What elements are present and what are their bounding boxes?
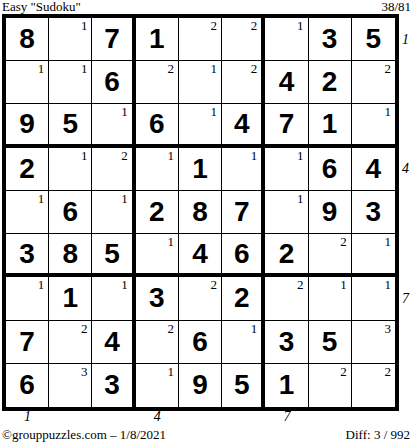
cell-digit: 4 [352,148,395,190]
cell-r5c9[interactable]: 3 [352,191,395,234]
pencil-mark: 1 [81,18,88,33]
cell-r4c7[interactable]: 1 [265,148,308,191]
cell-r2c6[interactable]: 2 [222,61,265,104]
cell-digit: 3 [6,234,48,273]
cell-r5c3[interactable]: 1 [92,191,135,234]
cell-r5c2[interactable]: 6 [49,191,92,234]
pencil-mark: 2 [384,364,391,379]
cell-r1c2[interactable]: 1 [49,18,92,61]
cell-digit: 4 [222,104,261,143]
cell-r3c7[interactable]: 7 [265,104,308,147]
cell-digit: 2 [222,277,261,319]
cell-r2c3[interactable]: 6 [92,61,135,104]
cell-r1c3[interactable]: 7 [92,18,135,61]
cell-r8c1[interactable]: 7 [6,321,49,364]
cell-digit: 1 [49,277,91,319]
cell-digit: 3 [309,18,351,60]
cell-digit: 6 [179,321,221,363]
cell-digit: 8 [6,18,48,60]
cell-digit: 2 [265,234,307,273]
cell-r2c1[interactable]: 1 [6,61,49,104]
cell-digit: 9 [179,364,221,407]
cell-r5c7[interactable]: 1 [265,191,308,234]
cell-r5c8[interactable]: 9 [309,191,352,234]
cell-digit: 5 [309,321,351,363]
pencil-mark: 1 [38,277,45,292]
cell-r6c9[interactable]: 1 [352,234,395,277]
pencil-mark: 1 [251,148,258,163]
pencil-mark: 1 [251,321,258,336]
cell-r9c3[interactable]: 3 [92,364,135,407]
pencil-mark: 2 [211,18,218,33]
cell-r8c4[interactable]: 2 [136,321,179,364]
cell-r5c1[interactable]: 1 [6,191,49,234]
cell-digit: 7 [6,321,48,363]
cell-r4c9[interactable]: 4 [352,148,395,191]
pencil-mark: 3 [384,321,391,336]
cell-r6c6[interactable]: 6 [222,234,265,277]
cell-digit: 8 [49,234,91,273]
pencil-mark: 2 [384,61,391,76]
sudoku-board: 8171221351162124229516147112121111641612… [2,14,399,411]
cell-r8c5[interactable]: 6 [179,321,222,364]
row-label-7: 7 [402,292,409,306]
cell-r4c4[interactable]: 1 [136,148,179,191]
cell-digit: 1 [309,104,351,143]
cell-r9c9[interactable]: 2 [352,364,395,407]
pencil-mark: 1 [211,104,218,119]
cell-digit: 1 [136,18,178,60]
cell-r8c8[interactable]: 5 [309,321,352,364]
cell-r8c7[interactable]: 3 [265,321,308,364]
cell-digit: 7 [92,18,131,60]
cell-digit: 1 [265,364,307,407]
cell-r3c4[interactable]: 6 [136,104,179,147]
cell-digit: 6 [49,191,91,233]
cell-digit: 7 [222,191,261,233]
sudoku-page: Easy "Sudoku" 38/81 81712213511621242295… [0,0,412,445]
cell-r9c7[interactable]: 1 [265,364,308,407]
pencil-mark: 1 [297,148,304,163]
cell-r8c3[interactable]: 4 [92,321,135,364]
cell-digit: 2 [309,61,351,103]
cell-r8c6[interactable]: 1 [222,321,265,364]
cell-r9c2[interactable]: 3 [49,364,92,407]
cell-r6c5[interactable]: 4 [179,234,222,277]
row-label-4: 4 [402,162,409,176]
pencil-mark: 1 [384,277,391,292]
cell-digit: 5 [222,364,261,407]
cell-digit: 5 [92,234,131,273]
pencil-mark: 1 [121,104,128,119]
cell-r2c4[interactable]: 2 [136,61,179,104]
cell-r2c8[interactable]: 2 [309,61,352,104]
pencil-mark: 1 [81,148,88,163]
pencil-mark: 2 [340,234,347,249]
col-label-7: 7 [283,410,290,424]
pencil-mark: 1 [167,234,174,249]
pencil-mark: 2 [167,61,174,76]
cell-r7c9[interactable]: 1 [352,277,395,320]
row-label-1: 1 [402,33,409,47]
cell-r9c1[interactable]: 6 [6,364,49,407]
pencil-mark: 1 [167,148,174,163]
cell-r4c3[interactable]: 2 [92,148,135,191]
cell-digit: 6 [222,234,261,273]
cell-r4c1[interactable]: 2 [6,148,49,191]
cell-digit: 6 [309,148,351,190]
cell-r2c2[interactable]: 1 [49,61,92,104]
cell-r9c5[interactable]: 9 [179,364,222,407]
pencil-mark: 2 [251,61,258,76]
cell-r7c2[interactable]: 1 [49,277,92,320]
pencil-mark: 2 [297,277,304,292]
pencil-mark: 1 [340,277,347,292]
cell-digit: 9 [309,191,351,233]
pencil-mark: 2 [251,18,258,33]
pencil-mark: 1 [384,104,391,119]
cell-r4c2[interactable]: 1 [49,148,92,191]
pencil-mark: 2 [211,277,218,292]
cell-r3c8[interactable]: 1 [309,104,352,147]
pencil-mark: 1 [81,61,88,76]
cell-r7c7[interactable]: 2 [265,277,308,320]
cell-r6c1[interactable]: 3 [6,234,49,277]
footer: ©grouppuzzles.com – 1/8/2021 Diff: 3 / 9… [0,428,412,444]
cell-r3c1[interactable]: 9 [6,104,49,147]
header: Easy "Sudoku" 38/81 [0,0,412,14]
cell-digit: 5 [352,18,395,60]
cell-r3c3[interactable]: 1 [92,104,135,147]
cell-digit: 1 [179,148,221,190]
cell-r6c2[interactable]: 8 [49,234,92,277]
cell-r6c7[interactable]: 2 [265,234,308,277]
pencil-mark: 1 [121,191,128,206]
pencil-mark: 2 [121,148,128,163]
difficulty-text: Diff: 3 / 992 [346,428,410,444]
cell-digit: 4 [92,321,131,363]
cell-r1c8[interactable]: 3 [309,18,352,61]
cell-r7c6[interactable]: 2 [222,277,265,320]
cell-r1c6[interactable]: 2 [222,18,265,61]
cell-digit: 4 [179,234,221,273]
cell-digit: 2 [6,148,48,190]
cell-digit: 2 [136,191,178,233]
cell-r4c5[interactable]: 1 [179,148,222,191]
cell-r6c8[interactable]: 2 [309,234,352,277]
cell-digit: 7 [265,104,307,143]
cell-r5c4[interactable]: 2 [136,191,179,234]
cell-r6c3[interactable]: 5 [92,234,135,277]
cell-digit: 3 [265,321,307,363]
cell-r3c5[interactable]: 1 [179,104,222,147]
cell-r1c9[interactable]: 5 [352,18,395,61]
cell-r2c7[interactable]: 4 [265,61,308,104]
cell-r3c6[interactable]: 4 [222,104,265,147]
cell-r2c5[interactable]: 1 [179,61,222,104]
cell-digit: 3 [92,364,131,407]
cell-r1c5[interactable]: 2 [179,18,222,61]
pencil-mark: 1 [167,364,174,379]
progress-counter: 38/81 [381,0,411,14]
cell-r8c9[interactable]: 3 [352,321,395,364]
col-label-4: 4 [154,410,161,424]
copyright-text: ©grouppuzzles.com – 1/8/2021 [2,428,166,444]
pencil-mark: 1 [121,277,128,292]
cell-r9c4[interactable]: 1 [136,364,179,407]
cell-r7c8[interactable]: 1 [309,277,352,320]
cell-digit: 3 [136,277,178,319]
cell-r1c4[interactable]: 1 [136,18,179,61]
pencil-mark: 3 [81,364,88,379]
pencil-mark: 1 [297,191,304,206]
pencil-mark: 1 [384,234,391,249]
cell-r2c9[interactable]: 2 [352,61,395,104]
col-label-1: 1 [24,410,31,424]
page-title: Easy "Sudoku" [2,0,81,14]
cell-r9c6[interactable]: 5 [222,364,265,407]
cell-r1c1[interactable]: 8 [6,18,49,61]
cell-r5c6[interactable]: 7 [222,191,265,234]
pencil-mark: 1 [38,191,45,206]
cell-r5c5[interactable]: 8 [179,191,222,234]
cell-digit: 6 [92,61,131,103]
cell-digit: 4 [265,61,307,103]
pencil-mark: 2 [167,321,174,336]
cell-digit: 5 [49,104,91,143]
pencil-mark: 1 [211,61,218,76]
cell-r9c8[interactable]: 2 [309,364,352,407]
pencil-mark: 2 [81,321,88,336]
cell-digit: 6 [136,104,178,143]
pencil-mark: 2 [340,364,347,379]
cell-r7c5[interactable]: 2 [179,277,222,320]
cell-r4c6[interactable]: 1 [222,148,265,191]
pencil-mark: 1 [38,61,45,76]
cell-r3c9[interactable]: 1 [352,104,395,147]
cell-r4c8[interactable]: 6 [309,148,352,191]
cell-r8c2[interactable]: 2 [49,321,92,364]
cell-digit: 6 [6,364,48,407]
pencil-mark: 1 [297,18,304,33]
cell-digit: 9 [6,104,48,143]
cell-r7c1[interactable]: 1 [6,277,49,320]
cell-r6c4[interactable]: 1 [136,234,179,277]
cell-r3c2[interactable]: 5 [49,104,92,147]
cell-digit: 3 [352,191,395,233]
cell-digit: 8 [179,191,221,233]
board-area: 8171221351162124229516147112121111641612… [0,14,412,411]
cell-r7c4[interactable]: 3 [136,277,179,320]
cell-r7c3[interactable]: 1 [92,277,135,320]
cell-r1c7[interactable]: 1 [265,18,308,61]
